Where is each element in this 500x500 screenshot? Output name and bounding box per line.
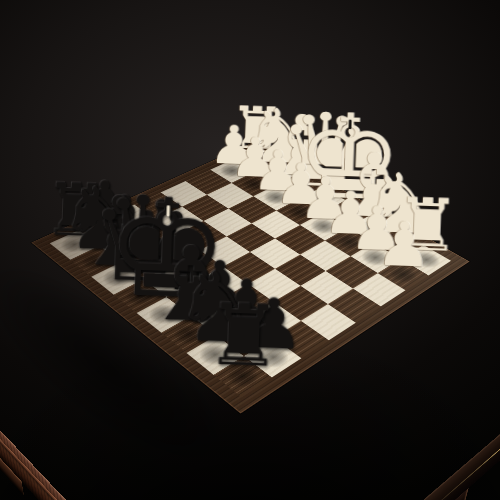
piece-black-rook[interactable]: ♜ (161, 293, 328, 379)
perspective-space: ♜♞♝♛♚♝♞♜♟♟♟♟♟♟♟♟♟♟♟♟♟♟♟♟♜♞♝♛♚♝♞♜ (0, 0, 500, 500)
scene-stage: ♜♞♝♛♚♝♞♜♟♟♟♟♟♟♟♟♟♟♟♟♟♟♟♟♜♞♝♛♚♝♞♜ (0, 0, 500, 500)
piece-white-pawn[interactable]: ♟ (331, 213, 476, 276)
king-finial (348, 119, 351, 129)
king-finial (166, 205, 170, 217)
square-h8[interactable]: ♜ (213, 356, 272, 398)
photo-backdrop: ♜♞♝♛♚♝♞♜♟♟♟♟♟♟♟♟♟♟♟♟♟♟♟♟♜♞♝♛♚♝♞♜ (0, 0, 500, 500)
